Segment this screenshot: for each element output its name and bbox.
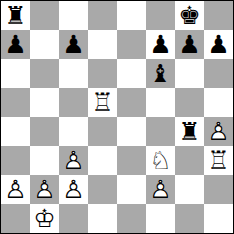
chess-board: ♜♚♟♟♟♟♟♝♜♖♜♟♙♟♙♞♘♜♖♟♙♟♙♟♙♟♙♚♔ bbox=[0, 0, 234, 234]
black-piece-glyph: ♜ bbox=[175, 117, 204, 146]
white-pawn-piece: ♟♙ bbox=[59, 175, 88, 204]
black-king-piece: ♚ bbox=[175, 1, 204, 30]
square-g7[interactable]: ♟ bbox=[175, 30, 204, 59]
black-piece-glyph: ♜ bbox=[1, 1, 30, 30]
square-d6[interactable] bbox=[88, 59, 117, 88]
white-piece-outline-glyph: ♔ bbox=[30, 204, 59, 233]
white-piece-outline-glyph: ♘ bbox=[146, 146, 175, 175]
square-a3[interactable] bbox=[1, 146, 30, 175]
square-d8[interactable] bbox=[88, 1, 117, 30]
square-g1[interactable] bbox=[175, 204, 204, 233]
black-rook-piece: ♜ bbox=[1, 1, 30, 30]
square-f2[interactable]: ♟♙ bbox=[146, 175, 175, 204]
white-king-piece: ♚♔ bbox=[30, 204, 59, 233]
black-pawn-piece: ♟ bbox=[146, 30, 175, 59]
white-knight-piece: ♞♘ bbox=[146, 146, 175, 175]
square-f1[interactable] bbox=[146, 204, 175, 233]
black-pawn-piece: ♟ bbox=[1, 30, 30, 59]
black-piece-glyph: ♟ bbox=[1, 30, 30, 59]
white-piece-outline-glyph: ♖ bbox=[88, 88, 117, 117]
square-c2[interactable]: ♟♙ bbox=[59, 175, 88, 204]
square-c6[interactable] bbox=[59, 59, 88, 88]
square-h7[interactable]: ♟ bbox=[204, 30, 233, 59]
square-b6[interactable] bbox=[30, 59, 59, 88]
black-piece-glyph: ♟ bbox=[146, 30, 175, 59]
black-piece-glyph: ♝ bbox=[146, 59, 175, 88]
square-d4[interactable] bbox=[88, 117, 117, 146]
square-f8[interactable] bbox=[146, 1, 175, 30]
square-h6[interactable] bbox=[204, 59, 233, 88]
square-a4[interactable] bbox=[1, 117, 30, 146]
square-d5[interactable]: ♜♖ bbox=[88, 88, 117, 117]
white-pawn-piece: ♟♙ bbox=[1, 175, 30, 204]
square-g3[interactable] bbox=[175, 146, 204, 175]
white-piece-outline-glyph: ♙ bbox=[30, 175, 59, 204]
square-a1[interactable] bbox=[1, 204, 30, 233]
square-g4[interactable]: ♜ bbox=[175, 117, 204, 146]
square-d2[interactable] bbox=[88, 175, 117, 204]
black-piece-glyph: ♟ bbox=[204, 30, 233, 59]
square-g5[interactable] bbox=[175, 88, 204, 117]
square-e4[interactable] bbox=[117, 117, 146, 146]
square-b2[interactable]: ♟♙ bbox=[30, 175, 59, 204]
square-h1[interactable] bbox=[204, 204, 233, 233]
square-b1[interactable]: ♚♔ bbox=[30, 204, 59, 233]
square-h2[interactable] bbox=[204, 175, 233, 204]
square-d1[interactable] bbox=[88, 204, 117, 233]
square-g6[interactable] bbox=[175, 59, 204, 88]
white-piece-outline-glyph: ♙ bbox=[1, 175, 30, 204]
chess-diagram: ♜♚♟♟♟♟♟♝♜♖♜♟♙♟♙♞♘♜♖♟♙♟♙♟♙♟♙♚♔ bbox=[0, 0, 234, 234]
square-e8[interactable] bbox=[117, 1, 146, 30]
black-piece-glyph: ♚ bbox=[175, 1, 204, 30]
square-e7[interactable] bbox=[117, 30, 146, 59]
white-pawn-piece: ♟♙ bbox=[30, 175, 59, 204]
square-c7[interactable]: ♟ bbox=[59, 30, 88, 59]
square-b3[interactable] bbox=[30, 146, 59, 175]
square-d7[interactable] bbox=[88, 30, 117, 59]
white-piece-outline-glyph: ♖ bbox=[204, 146, 233, 175]
square-b7[interactable] bbox=[30, 30, 59, 59]
square-f3[interactable]: ♞♘ bbox=[146, 146, 175, 175]
white-piece-outline-glyph: ♙ bbox=[204, 117, 233, 146]
white-piece-outline-glyph: ♙ bbox=[59, 175, 88, 204]
square-f4[interactable] bbox=[146, 117, 175, 146]
square-a5[interactable] bbox=[1, 88, 30, 117]
square-g8[interactable]: ♚ bbox=[175, 1, 204, 30]
square-e6[interactable] bbox=[117, 59, 146, 88]
square-a7[interactable]: ♟ bbox=[1, 30, 30, 59]
square-a6[interactable] bbox=[1, 59, 30, 88]
black-rook-piece: ♜ bbox=[175, 117, 204, 146]
square-h5[interactable] bbox=[204, 88, 233, 117]
white-piece-outline-glyph: ♙ bbox=[59, 146, 88, 175]
square-e2[interactable] bbox=[117, 175, 146, 204]
white-pawn-piece: ♟♙ bbox=[59, 146, 88, 175]
square-c3[interactable]: ♟♙ bbox=[59, 146, 88, 175]
black-pawn-piece: ♟ bbox=[59, 30, 88, 59]
square-h8[interactable] bbox=[204, 1, 233, 30]
black-bishop-piece: ♝ bbox=[146, 59, 175, 88]
white-rook-piece: ♜♖ bbox=[88, 88, 117, 117]
square-e1[interactable] bbox=[117, 204, 146, 233]
square-e5[interactable] bbox=[117, 88, 146, 117]
square-f6[interactable]: ♝ bbox=[146, 59, 175, 88]
black-pawn-piece: ♟ bbox=[204, 30, 233, 59]
square-b8[interactable] bbox=[30, 1, 59, 30]
black-piece-glyph: ♟ bbox=[59, 30, 88, 59]
square-c1[interactable] bbox=[59, 204, 88, 233]
black-pawn-piece: ♟ bbox=[175, 30, 204, 59]
square-f7[interactable]: ♟ bbox=[146, 30, 175, 59]
square-b5[interactable] bbox=[30, 88, 59, 117]
square-f5[interactable] bbox=[146, 88, 175, 117]
square-c5[interactable] bbox=[59, 88, 88, 117]
square-a2[interactable]: ♟♙ bbox=[1, 175, 30, 204]
white-rook-piece: ♜♖ bbox=[204, 146, 233, 175]
square-h3[interactable]: ♜♖ bbox=[204, 146, 233, 175]
square-b4[interactable] bbox=[30, 117, 59, 146]
square-c8[interactable] bbox=[59, 1, 88, 30]
square-g2[interactable] bbox=[175, 175, 204, 204]
black-piece-glyph: ♟ bbox=[175, 30, 204, 59]
square-a8[interactable]: ♜ bbox=[1, 1, 30, 30]
square-h4[interactable]: ♟♙ bbox=[204, 117, 233, 146]
square-d3[interactable] bbox=[88, 146, 117, 175]
white-piece-outline-glyph: ♙ bbox=[146, 175, 175, 204]
white-pawn-piece: ♟♙ bbox=[146, 175, 175, 204]
white-pawn-piece: ♟♙ bbox=[204, 117, 233, 146]
square-c4[interactable] bbox=[59, 117, 88, 146]
square-e3[interactable] bbox=[117, 146, 146, 175]
